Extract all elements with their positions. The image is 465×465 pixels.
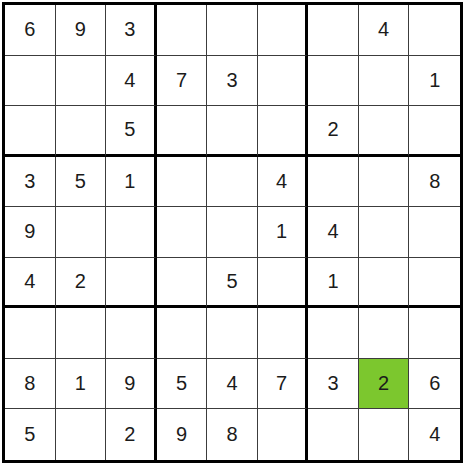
cell-r3c7[interactable]: 2 xyxy=(308,106,359,157)
cell-r3c6[interactable] xyxy=(258,106,309,157)
cell-r1c2[interactable]: 9 xyxy=(56,5,107,56)
cell-r7c7[interactable] xyxy=(308,308,359,359)
cell-r2c5[interactable]: 3 xyxy=(207,56,258,107)
cell-r4c8[interactable] xyxy=(359,157,410,208)
cell-r6c4[interactable] xyxy=(157,258,208,309)
cell-r5c1[interactable]: 9 xyxy=(5,207,56,258)
cell-r6c8[interactable] xyxy=(359,258,410,309)
cell-r9c8[interactable] xyxy=(359,409,410,460)
cell-r1c5[interactable] xyxy=(207,5,258,56)
cell-r7c9[interactable] xyxy=(409,308,460,359)
cell-r7c5[interactable] xyxy=(207,308,258,359)
cell-r1c4[interactable] xyxy=(157,5,208,56)
cell-r2c9[interactable]: 1 xyxy=(409,56,460,107)
sudoku-page: 693447315235148914425181954732652984 xyxy=(0,0,465,465)
cell-r9c5[interactable]: 8 xyxy=(207,409,258,460)
cell-r7c3[interactable] xyxy=(106,308,157,359)
cell-r8c7[interactable]: 3 xyxy=(308,359,359,410)
cell-r8c8[interactable]: 2 xyxy=(359,359,410,410)
cell-r5c9[interactable] xyxy=(409,207,460,258)
cell-r8c1[interactable]: 8 xyxy=(5,359,56,410)
cell-r2c3[interactable]: 4 xyxy=(106,56,157,107)
cell-r1c3[interactable]: 3 xyxy=(106,5,157,56)
cell-r8c6[interactable]: 7 xyxy=(258,359,309,410)
cell-r4c6[interactable]: 4 xyxy=(258,157,309,208)
cell-r3c5[interactable] xyxy=(207,106,258,157)
cell-r8c9[interactable]: 6 xyxy=(409,359,460,410)
cell-r8c3[interactable]: 9 xyxy=(106,359,157,410)
cell-r6c6[interactable] xyxy=(258,258,309,309)
cell-r4c3[interactable]: 1 xyxy=(106,157,157,208)
cell-r7c8[interactable] xyxy=(359,308,410,359)
cell-r4c2[interactable]: 5 xyxy=(56,157,107,208)
cell-r2c4[interactable]: 7 xyxy=(157,56,208,107)
cell-r3c1[interactable] xyxy=(5,106,56,157)
cell-r2c1[interactable] xyxy=(5,56,56,107)
cell-r1c6[interactable] xyxy=(258,5,309,56)
cell-r8c2[interactable]: 1 xyxy=(56,359,107,410)
cell-r9c6[interactable] xyxy=(258,409,309,460)
cell-r9c9[interactable]: 4 xyxy=(409,409,460,460)
cell-r9c3[interactable]: 2 xyxy=(106,409,157,460)
cell-r9c2[interactable] xyxy=(56,409,107,460)
cell-r1c9[interactable] xyxy=(409,5,460,56)
cell-r9c1[interactable]: 5 xyxy=(5,409,56,460)
cell-r7c2[interactable] xyxy=(56,308,107,359)
cell-r5c7[interactable]: 4 xyxy=(308,207,359,258)
cell-r3c9[interactable] xyxy=(409,106,460,157)
cell-r1c1[interactable]: 6 xyxy=(5,5,56,56)
cell-r3c8[interactable] xyxy=(359,106,410,157)
cell-r4c5[interactable] xyxy=(207,157,258,208)
cell-r1c7[interactable] xyxy=(308,5,359,56)
cell-r9c4[interactable]: 9 xyxy=(157,409,208,460)
cell-r4c4[interactable] xyxy=(157,157,208,208)
cell-r4c1[interactable]: 3 xyxy=(5,157,56,208)
cell-r5c8[interactable] xyxy=(359,207,410,258)
cell-r7c6[interactable] xyxy=(258,308,309,359)
cell-r2c7[interactable] xyxy=(308,56,359,107)
cell-r6c7[interactable]: 1 xyxy=(308,258,359,309)
cell-r8c4[interactable]: 5 xyxy=(157,359,208,410)
cell-r7c4[interactable] xyxy=(157,308,208,359)
cell-r5c2[interactable] xyxy=(56,207,107,258)
cell-r1c8[interactable]: 4 xyxy=(359,5,410,56)
cell-r8c5[interactable]: 4 xyxy=(207,359,258,410)
cell-r6c9[interactable] xyxy=(409,258,460,309)
cell-r5c4[interactable] xyxy=(157,207,208,258)
cell-r6c1[interactable]: 4 xyxy=(5,258,56,309)
cell-r3c4[interactable] xyxy=(157,106,208,157)
cell-r4c7[interactable] xyxy=(308,157,359,208)
cell-r5c3[interactable] xyxy=(106,207,157,258)
cell-r2c8[interactable] xyxy=(359,56,410,107)
cell-r7c1[interactable] xyxy=(5,308,56,359)
cell-r3c3[interactable]: 5 xyxy=(106,106,157,157)
cell-r3c2[interactable] xyxy=(56,106,107,157)
cell-r6c3[interactable] xyxy=(106,258,157,309)
cell-r2c6[interactable] xyxy=(258,56,309,107)
cell-r2c2[interactable] xyxy=(56,56,107,107)
cell-r6c2[interactable]: 2 xyxy=(56,258,107,309)
cell-r4c9[interactable]: 8 xyxy=(409,157,460,208)
cell-r5c6[interactable]: 1 xyxy=(258,207,309,258)
cell-r9c7[interactable] xyxy=(308,409,359,460)
cell-r6c5[interactable]: 5 xyxy=(207,258,258,309)
cell-r5c5[interactable] xyxy=(207,207,258,258)
sudoku-board: 693447315235148914425181954732652984 xyxy=(2,2,463,463)
